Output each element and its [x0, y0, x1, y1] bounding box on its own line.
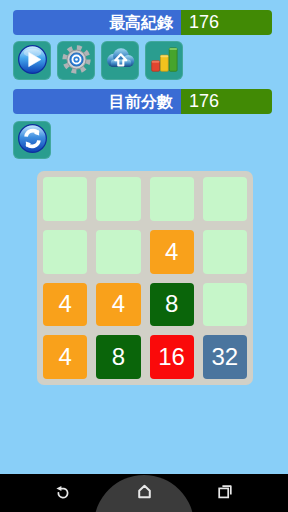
back-icon: [54, 483, 72, 504]
empty-cell: [43, 177, 87, 221]
play-icon: [17, 44, 48, 78]
tile-8: 8: [96, 335, 140, 379]
tile-8: 8: [150, 283, 194, 327]
board[interactable]: 4448481632: [37, 171, 253, 385]
best-score-label: 最高紀錄: [13, 10, 181, 35]
upload-button[interactable]: [101, 41, 139, 80]
home-icon: [135, 482, 154, 504]
refresh-icon: [17, 123, 48, 157]
tile-4: 4: [96, 283, 140, 327]
empty-cell: [96, 177, 140, 221]
app-screen: 最高紀錄 176: [0, 0, 288, 512]
empty-cell: [96, 230, 140, 274]
tile-16: 16: [150, 335, 194, 379]
recents-icon: [216, 483, 234, 504]
empty-cell: [43, 230, 87, 274]
empty-cell: [203, 177, 247, 221]
navigation-bar: [0, 474, 288, 512]
recents-button[interactable]: [197, 474, 253, 512]
tile-4: 4: [43, 335, 87, 379]
empty-cell: [203, 230, 247, 274]
stats-button[interactable]: [145, 41, 183, 80]
restart-button[interactable]: [13, 121, 51, 159]
best-score-value: 176: [181, 10, 272, 35]
bar-chart-icon: [149, 44, 180, 78]
empty-cell: [150, 177, 194, 221]
tile-32: 32: [203, 335, 247, 379]
tile-4: 4: [43, 283, 87, 327]
play-button[interactable]: [13, 41, 51, 80]
toolbar: [13, 41, 183, 80]
current-score-label: 目前分數: [13, 89, 181, 114]
home-button[interactable]: [116, 474, 172, 512]
current-score-value: 176: [181, 89, 272, 114]
cloud-upload-icon: [104, 45, 137, 77]
settings-button[interactable]: [57, 41, 95, 80]
empty-cell: [203, 283, 247, 327]
gear-icon: [61, 44, 92, 78]
back-button[interactable]: [35, 474, 91, 512]
best-score-bar: 最高紀錄 176: [13, 10, 272, 35]
current-score-bar: 目前分數 176: [13, 89, 272, 114]
tile-4: 4: [150, 230, 194, 274]
